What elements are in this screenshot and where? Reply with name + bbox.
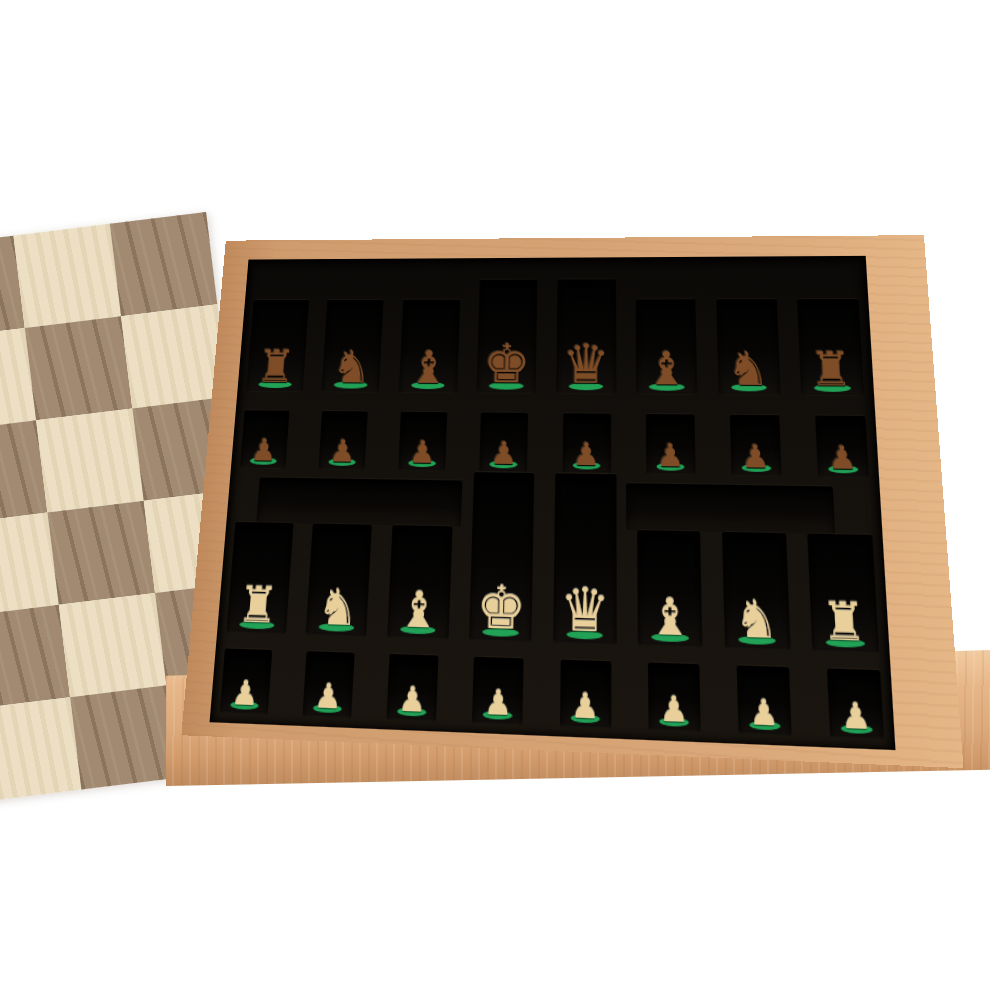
- dark-pawn: ♟: [490, 438, 518, 470]
- light-pawn-slot: ♟: [560, 660, 611, 729]
- dark-bishop-slot: ♝: [399, 300, 461, 394]
- dark-pawn-slot: ♟: [318, 411, 368, 470]
- tray-row-dark-majors: ♜♞♝♚♛♝♞♜: [237, 278, 874, 396]
- dark-pawn-slot: ♟: [398, 412, 447, 472]
- light-knight-slot: ♞: [721, 532, 790, 650]
- light-bishop-slot: ♝: [637, 530, 702, 647]
- dark-queen-slot: ♛: [556, 279, 616, 394]
- board-square-walnut: [25, 316, 133, 420]
- dark-pawn: ♟: [656, 440, 684, 472]
- dark-queen: ♛: [562, 337, 610, 391]
- dark-king: ♚: [482, 337, 531, 391]
- light-pawn-slot: ♟: [472, 657, 524, 726]
- tray-row-light-majors: ♜♞♝♚♛♝♞♜: [217, 468, 890, 653]
- dark-pawn-slot: ♟: [730, 415, 782, 477]
- light-pawn: ♟: [313, 679, 342, 714]
- light-rook-slot: ♜: [807, 534, 879, 654]
- light-king: ♚: [475, 577, 526, 638]
- light-pawn-slot: ♟: [220, 648, 273, 715]
- dark-pawn-slot: ♟: [646, 414, 696, 475]
- dark-pawn-slot: ♟: [815, 416, 869, 479]
- dark-pawn-slot: ♟: [562, 413, 611, 474]
- dark-pawn-slot: ♟: [240, 410, 290, 469]
- product-photo-scene: ♜♞♝♚♛♝♞♜ ♟♟♟♟♟♟♟♟ ♜♞♝♚♛♝♞♜ ♟♟♟♟♟♟♟♟: [0, 0, 1000, 1000]
- board-square-walnut: [0, 605, 70, 709]
- dark-king-slot: ♚: [477, 280, 538, 394]
- light-knight: ♞: [316, 582, 360, 633]
- board-square-maple: [59, 593, 167, 697]
- light-pawn: ♟: [840, 698, 872, 735]
- dark-knight: ♞: [331, 345, 372, 390]
- dark-rook: ♜: [255, 345, 297, 390]
- dark-pawn-slot: ♟: [480, 412, 529, 472]
- dark-rook-slot: ♜: [246, 300, 309, 392]
- board-square-walnut: [70, 685, 178, 789]
- dark-knight: ♞: [727, 346, 770, 393]
- light-knight-slot: ♞: [306, 524, 372, 637]
- dark-pawn: ♟: [827, 442, 857, 475]
- dark-pawn: ♟: [573, 439, 601, 471]
- dark-knight-slot: ♞: [716, 299, 780, 396]
- board-square-maple: [13, 224, 121, 328]
- light-bishop-slot: ♝: [387, 525, 452, 639]
- light-pawn-slot: ♟: [387, 654, 439, 722]
- light-pawn: ♟: [659, 692, 689, 728]
- dark-pawn: ♟: [250, 435, 278, 466]
- light-queen: ♛: [559, 579, 610, 641]
- dark-knight-slot: ♞: [322, 300, 384, 393]
- light-queen-slot: ♛: [553, 473, 617, 645]
- light-pawn: ♟: [398, 682, 427, 717]
- dark-pawn: ♟: [329, 436, 357, 467]
- light-pawn-slot: ♟: [648, 662, 701, 732]
- board-square-walnut: [47, 501, 155, 605]
- light-pawn: ♟: [483, 685, 512, 721]
- light-pawn-slot: ♟: [736, 665, 791, 736]
- light-pawn-slot: ♟: [303, 651, 355, 718]
- chess-box-lid-tray: ♜♞♝♚♛♝♞♜ ♟♟♟♟♟♟♟♟ ♜♞♝♚♛♝♞♜ ♟♟♟♟♟♟♟♟: [181, 235, 963, 768]
- dark-bishop: ♝: [646, 346, 688, 392]
- board-square-maple: [0, 697, 81, 801]
- dark-bishop: ♝: [408, 345, 449, 390]
- light-rook-slot: ♜: [226, 522, 293, 634]
- board-square-walnut: [110, 212, 218, 316]
- tray-row-dark-pawns: ♟♟♟♟♟♟♟♟: [231, 408, 879, 478]
- dark-rook: ♜: [809, 346, 854, 393]
- board-square-maple: [36, 408, 144, 512]
- dark-pawn: ♟: [741, 441, 770, 473]
- light-knight: ♞: [733, 593, 779, 646]
- foam-insert: ♜♞♝♚♛♝♞♜ ♟♟♟♟♟♟♟♟ ♜♞♝♚♛♝♞♜ ♟♟♟♟♟♟♟♟: [210, 256, 896, 750]
- tray-row-light-pawns: ♟♟♟♟♟♟♟♟: [210, 648, 895, 740]
- light-bishop: ♝: [648, 591, 692, 644]
- light-pawn: ♟: [230, 676, 260, 711]
- light-king-slot: ♚: [469, 472, 534, 642]
- dark-pawn: ♟: [409, 437, 437, 468]
- light-rook: ♜: [236, 580, 280, 631]
- dark-rook-slot: ♜: [797, 299, 864, 396]
- dark-bishop-slot: ♝: [636, 299, 698, 395]
- light-pawn-slot: ♟: [827, 668, 884, 739]
- light-rook: ♜: [820, 595, 868, 649]
- light-bishop: ♝: [397, 584, 441, 635]
- light-pawn: ♟: [749, 695, 780, 732]
- light-pawn: ♟: [571, 688, 600, 724]
